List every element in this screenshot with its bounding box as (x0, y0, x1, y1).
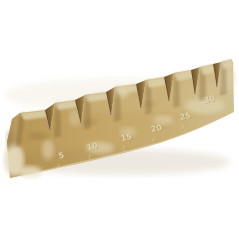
chew-bar-illustration: 5 10 15 20 25 30 5 10 15 20 25 30 (0, 0, 239, 239)
product-photo: 5 10 15 20 25 30 5 10 15 20 25 30 (0, 0, 239, 239)
